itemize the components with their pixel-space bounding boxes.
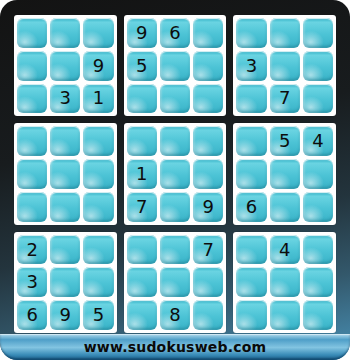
cell-r6c2[interactable]: [50, 192, 80, 222]
cell-r7c8[interactable]: 4: [270, 235, 300, 265]
cell-r3c6[interactable]: [193, 84, 223, 114]
cell-r1c6[interactable]: [193, 18, 223, 48]
cell-r7c4[interactable]: [127, 235, 157, 265]
footer-bar: www.sudokusweb.com: [0, 334, 350, 360]
box-1-1: 179: [124, 123, 227, 224]
box-1-2: 546: [233, 123, 336, 224]
cell-r4c2[interactable]: [50, 126, 80, 156]
cell-r2c2[interactable]: [50, 51, 80, 81]
cell-r1c1[interactable]: [17, 18, 47, 48]
website-url[interactable]: www.sudokusweb.com: [84, 339, 267, 355]
cell-r3c8[interactable]: 7: [270, 84, 300, 114]
cell-r8c9[interactable]: [303, 267, 333, 297]
cell-r5c1[interactable]: [17, 159, 47, 189]
cell-r4c6[interactable]: [193, 126, 223, 156]
cell-r3c9[interactable]: [303, 84, 333, 114]
cell-r2c7[interactable]: 3: [236, 51, 266, 81]
cell-r2c4[interactable]: 5: [127, 51, 157, 81]
cell-r9c3[interactable]: 5: [83, 300, 113, 330]
cell-r2c1[interactable]: [17, 51, 47, 81]
cell-r7c1[interactable]: 2: [17, 235, 47, 265]
cell-r1c5[interactable]: 6: [160, 18, 190, 48]
cell-r7c3[interactable]: [83, 235, 113, 265]
cell-r5c4[interactable]: 1: [127, 159, 157, 189]
cell-r7c2[interactable]: [50, 235, 80, 265]
cell-r5c3[interactable]: [83, 159, 113, 189]
cell-r4c1[interactable]: [17, 126, 47, 156]
box-0-0: 931: [14, 15, 117, 116]
cell-r1c3[interactable]: [83, 18, 113, 48]
cell-r6c1[interactable]: [17, 192, 47, 222]
cell-r6c6[interactable]: 9: [193, 192, 223, 222]
cell-r1c8[interactable]: [270, 18, 300, 48]
cell-r7c5[interactable]: [160, 235, 190, 265]
box-2-2: 4: [233, 232, 336, 333]
cell-r5c8[interactable]: [270, 159, 300, 189]
cell-r1c9[interactable]: [303, 18, 333, 48]
cell-r9c1[interactable]: 6: [17, 300, 47, 330]
box-2-0: 23695: [14, 232, 117, 333]
cell-r1c4[interactable]: 9: [127, 18, 157, 48]
cell-r2c9[interactable]: [303, 51, 333, 81]
cell-r5c7[interactable]: [236, 159, 266, 189]
cell-r8c7[interactable]: [236, 267, 266, 297]
cell-r2c3[interactable]: 9: [83, 51, 113, 81]
cell-r3c2[interactable]: 3: [50, 84, 80, 114]
cell-r3c4[interactable]: [127, 84, 157, 114]
cell-r1c2[interactable]: [50, 18, 80, 48]
cell-r9c4[interactable]: [127, 300, 157, 330]
cell-r2c5[interactable]: [160, 51, 190, 81]
cell-r3c1[interactable]: [17, 84, 47, 114]
cell-r4c4[interactable]: [127, 126, 157, 156]
cell-r9c7[interactable]: [236, 300, 266, 330]
cell-r3c3[interactable]: 1: [83, 84, 113, 114]
cell-r7c9[interactable]: [303, 235, 333, 265]
cell-r6c3[interactable]: [83, 192, 113, 222]
cell-r9c2[interactable]: 9: [50, 300, 80, 330]
cell-r4c9[interactable]: 4: [303, 126, 333, 156]
cell-r2c8[interactable]: [270, 51, 300, 81]
cell-r5c9[interactable]: [303, 159, 333, 189]
cell-r8c3[interactable]: [83, 267, 113, 297]
cell-r4c5[interactable]: [160, 126, 190, 156]
cell-r8c6[interactable]: [193, 267, 223, 297]
sudoku-board: 9319653717954623695784: [14, 15, 336, 333]
cell-r5c6[interactable]: [193, 159, 223, 189]
cell-r4c3[interactable]: [83, 126, 113, 156]
sudoku-app-frame: 9319653717954623695784 www.sudokusweb.co…: [0, 0, 350, 360]
cell-r6c5[interactable]: [160, 192, 190, 222]
box-0-1: 965: [124, 15, 227, 116]
cell-r3c5[interactable]: [160, 84, 190, 114]
cell-r6c4[interactable]: 7: [127, 192, 157, 222]
cell-r4c7[interactable]: [236, 126, 266, 156]
cell-r6c8[interactable]: [270, 192, 300, 222]
cell-r9c8[interactable]: [270, 300, 300, 330]
cell-r9c9[interactable]: [303, 300, 333, 330]
cell-r5c2[interactable]: [50, 159, 80, 189]
cell-r6c7[interactable]: 6: [236, 192, 266, 222]
cell-r6c9[interactable]: [303, 192, 333, 222]
cell-r9c5[interactable]: 8: [160, 300, 190, 330]
cell-r8c8[interactable]: [270, 267, 300, 297]
cell-r9c6[interactable]: [193, 300, 223, 330]
cell-r8c2[interactable]: [50, 267, 80, 297]
cell-r3c7[interactable]: [236, 84, 266, 114]
cell-r1c7[interactable]: [236, 18, 266, 48]
cell-r8c5[interactable]: [160, 267, 190, 297]
box-0-2: 37: [233, 15, 336, 116]
cell-r7c7[interactable]: [236, 235, 266, 265]
cell-r8c1[interactable]: 3: [17, 267, 47, 297]
box-1-0: [14, 123, 117, 224]
cell-r5c5[interactable]: [160, 159, 190, 189]
cell-r2c6[interactable]: [193, 51, 223, 81]
box-2-1: 78: [124, 232, 227, 333]
cell-r8c4[interactable]: [127, 267, 157, 297]
cell-r7c6[interactable]: 7: [193, 235, 223, 265]
cell-r4c8[interactable]: 5: [270, 126, 300, 156]
